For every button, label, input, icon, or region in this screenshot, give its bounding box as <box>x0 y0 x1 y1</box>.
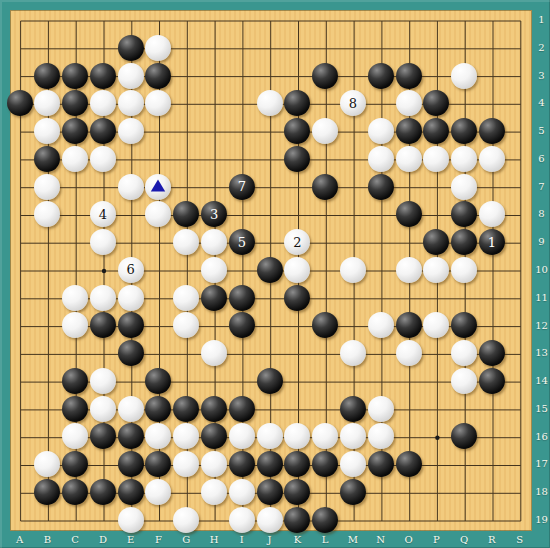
white-stone <box>312 423 338 449</box>
black-stone <box>423 118 449 144</box>
white-stone <box>90 368 116 394</box>
black-stone <box>451 312 477 338</box>
white-stone <box>118 285 144 311</box>
row-label: 7 <box>533 173 550 201</box>
white-stone <box>173 312 199 338</box>
black-stone <box>90 63 116 89</box>
black-stone <box>145 63 171 89</box>
white-stone <box>90 229 116 255</box>
white-stone <box>257 423 283 449</box>
black-stone <box>396 201 422 227</box>
move-number-label: 5 <box>238 236 246 249</box>
move-number-label: 4 <box>99 208 107 221</box>
black-stone <box>257 368 283 394</box>
white-stone <box>368 312 394 338</box>
column-label: B <box>33 533 61 547</box>
black-stone <box>62 396 88 422</box>
black-stone <box>90 118 116 144</box>
move-number-label: 3 <box>210 208 218 221</box>
white-stone <box>118 174 144 200</box>
black-stone <box>118 451 144 477</box>
black-stone <box>368 63 394 89</box>
column-label: F <box>145 533 173 547</box>
white-stone <box>62 285 88 311</box>
black-stone <box>90 423 116 449</box>
white-stone <box>145 423 171 449</box>
row-label: 18 <box>533 478 550 506</box>
black-stone <box>479 118 505 144</box>
black-stone <box>368 451 394 477</box>
white-stone <box>62 146 88 172</box>
column-label: I <box>228 533 256 547</box>
black-stone <box>90 312 116 338</box>
black-stone <box>229 396 255 422</box>
column-label: M <box>339 533 367 547</box>
black-stone <box>34 63 60 89</box>
white-stone <box>201 229 227 255</box>
row-label: 12 <box>533 312 550 340</box>
black-stone <box>145 451 171 477</box>
white-stone <box>340 451 366 477</box>
white-stone <box>34 174 60 200</box>
move-number-label: 6 <box>127 263 135 276</box>
white-stone <box>451 146 477 172</box>
white-stone <box>90 146 116 172</box>
white-stone <box>423 146 449 172</box>
black-stone <box>423 90 449 116</box>
white-stone <box>340 340 366 366</box>
column-labels: ABCDEFGHIJKLMNOPQRS <box>6 533 534 547</box>
row-label: 16 <box>533 423 550 451</box>
black-stone <box>257 257 283 283</box>
black-stone <box>7 90 33 116</box>
black-stone <box>312 507 338 533</box>
white-stone <box>451 63 477 89</box>
white-stone <box>257 90 283 116</box>
black-stone <box>479 340 505 366</box>
black-stone <box>62 118 88 144</box>
white-stone <box>396 257 422 283</box>
column-label: O <box>395 533 423 547</box>
black-stone <box>34 146 60 172</box>
white-stone <box>118 63 144 89</box>
black-stone <box>396 451 422 477</box>
white-stone <box>312 118 338 144</box>
white-stone <box>396 90 422 116</box>
white-stone <box>423 312 449 338</box>
black-stone <box>118 423 144 449</box>
white-stone <box>340 257 366 283</box>
white-stone <box>451 174 477 200</box>
stones-grid: 87435216 <box>6 6 534 534</box>
white-stone <box>368 396 394 422</box>
white-stone: 8 <box>340 90 366 116</box>
black-stone <box>62 63 88 89</box>
black-stone <box>284 146 310 172</box>
column-label: H <box>200 533 228 547</box>
black-stone <box>145 368 171 394</box>
row-label: 5 <box>533 117 550 145</box>
white-stone <box>34 451 60 477</box>
white-stone <box>451 368 477 394</box>
white-stone <box>229 423 255 449</box>
black-stone: 3 <box>201 201 227 227</box>
black-stone <box>201 423 227 449</box>
column-label: L <box>311 533 339 547</box>
black-stone <box>118 35 144 61</box>
white-stone <box>118 396 144 422</box>
move-number-label: 2 <box>293 236 301 249</box>
black-stone <box>312 451 338 477</box>
black-stone <box>396 118 422 144</box>
black-stone <box>284 451 310 477</box>
row-label: 11 <box>533 284 550 312</box>
white-stone <box>62 312 88 338</box>
row-label: 10 <box>533 256 550 284</box>
move-number-label: 7 <box>238 180 246 193</box>
white-stone <box>90 285 116 311</box>
row-label: 4 <box>533 89 550 117</box>
white-stone <box>173 229 199 255</box>
row-label: 19 <box>533 506 550 534</box>
black-stone <box>257 479 283 505</box>
white-stone <box>257 507 283 533</box>
white-stone: 6 <box>118 257 144 283</box>
white-stone <box>173 451 199 477</box>
white-stone <box>34 118 60 144</box>
column-label: J <box>256 533 284 547</box>
black-stone <box>284 507 310 533</box>
black-stone <box>62 90 88 116</box>
black-stone <box>62 368 88 394</box>
black-stone <box>312 63 338 89</box>
move-number-label: 1 <box>488 236 496 249</box>
white-stone <box>396 340 422 366</box>
white-stone <box>90 396 116 422</box>
column-label: K <box>284 533 312 547</box>
black-stone <box>451 201 477 227</box>
black-stone <box>396 63 422 89</box>
white-stone <box>368 146 394 172</box>
white-stone <box>173 285 199 311</box>
black-stone <box>229 285 255 311</box>
black-stone <box>451 118 477 144</box>
black-stone <box>284 285 310 311</box>
white-stone <box>201 451 227 477</box>
column-label: D <box>89 533 117 547</box>
white-stone <box>201 479 227 505</box>
row-label: 17 <box>533 450 550 478</box>
white-stone <box>145 174 171 200</box>
row-label: 9 <box>533 228 550 256</box>
go-board-frame: 87435216 ABCDEFGHIJKLMNOPQRS 12345678910… <box>0 0 550 548</box>
white-stone <box>368 118 394 144</box>
white-stone <box>34 90 60 116</box>
black-stone <box>340 479 366 505</box>
black-stone <box>451 423 477 449</box>
white-stone <box>90 90 116 116</box>
black-stone <box>62 451 88 477</box>
black-stone <box>479 368 505 394</box>
black-stone <box>312 174 338 200</box>
white-stone <box>451 340 477 366</box>
row-label: 1 <box>533 6 550 34</box>
white-stone <box>284 423 310 449</box>
black-stone <box>257 451 283 477</box>
black-stone <box>229 451 255 477</box>
white-stone <box>451 257 477 283</box>
black-stone <box>118 479 144 505</box>
column-label: Q <box>450 533 478 547</box>
black-stone: 1 <box>479 229 505 255</box>
white-stone <box>284 257 310 283</box>
white-stone: 2 <box>284 229 310 255</box>
move-number-label: 8 <box>349 97 357 110</box>
black-stone <box>423 229 449 255</box>
white-stone <box>145 90 171 116</box>
white-stone <box>479 201 505 227</box>
row-label: 13 <box>533 339 550 367</box>
column-label: R <box>478 533 506 547</box>
white-stone <box>62 423 88 449</box>
white-stone <box>201 257 227 283</box>
white-stone <box>118 90 144 116</box>
black-stone <box>312 312 338 338</box>
black-stone <box>201 285 227 311</box>
row-label: 8 <box>533 200 550 228</box>
black-stone <box>451 229 477 255</box>
black-stone <box>118 312 144 338</box>
white-stone <box>173 423 199 449</box>
white-stone <box>201 340 227 366</box>
row-label: 14 <box>533 367 550 395</box>
black-stone <box>201 396 227 422</box>
black-stone <box>118 340 144 366</box>
black-stone <box>145 396 171 422</box>
white-stone: 4 <box>90 201 116 227</box>
white-stone <box>423 257 449 283</box>
black-stone <box>284 479 310 505</box>
black-stone <box>368 174 394 200</box>
black-stone <box>173 396 199 422</box>
column-label: N <box>367 533 395 547</box>
column-label: S <box>506 533 534 547</box>
white-stone <box>229 479 255 505</box>
column-label: C <box>61 533 89 547</box>
black-stone <box>173 201 199 227</box>
white-stone <box>34 201 60 227</box>
column-label: P <box>422 533 450 547</box>
black-stone <box>396 312 422 338</box>
black-stone <box>90 479 116 505</box>
row-labels: 12345678910111213141516171819 <box>533 6 550 534</box>
triangle-marker-icon <box>150 177 166 196</box>
white-stone <box>479 146 505 172</box>
row-label: 2 <box>533 34 550 62</box>
black-stone <box>229 312 255 338</box>
white-stone <box>118 118 144 144</box>
row-label: 3 <box>533 62 550 90</box>
black-stone <box>62 479 88 505</box>
white-stone <box>173 507 199 533</box>
column-label: G <box>172 533 200 547</box>
white-stone <box>145 201 171 227</box>
white-stone <box>145 35 171 61</box>
black-stone <box>284 118 310 144</box>
white-stone <box>368 423 394 449</box>
black-stone: 5 <box>229 229 255 255</box>
white-stone <box>145 479 171 505</box>
row-label: 6 <box>533 145 550 173</box>
column-label: A <box>6 533 34 547</box>
black-stone <box>284 90 310 116</box>
white-stone <box>229 507 255 533</box>
row-label: 15 <box>533 395 550 423</box>
white-stone <box>340 423 366 449</box>
black-stone <box>340 396 366 422</box>
black-stone <box>34 479 60 505</box>
white-stone <box>396 146 422 172</box>
black-stone: 7 <box>229 174 255 200</box>
white-stone <box>118 507 144 533</box>
column-label: E <box>117 533 145 547</box>
